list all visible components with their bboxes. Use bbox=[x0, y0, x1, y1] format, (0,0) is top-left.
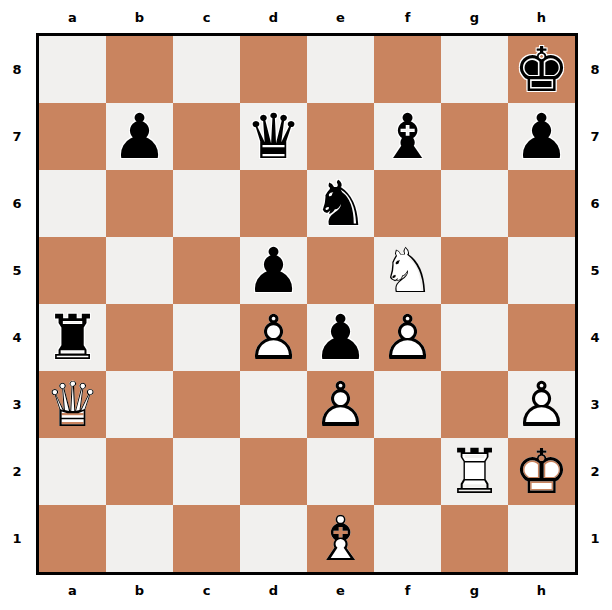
file-label-c: c bbox=[173, 578, 240, 602]
black-pawn-b7[interactable]: ♟ bbox=[106, 103, 173, 170]
square-a4[interactable]: ♜ bbox=[39, 304, 106, 371]
white-piece-outline: ♙ bbox=[514, 374, 570, 436]
white-king-h2[interactable]: ♚♔ bbox=[508, 438, 575, 505]
rank-label-1: 1 bbox=[582, 505, 608, 572]
rank-labels-right: 87654321 bbox=[582, 36, 608, 572]
black-bishop-f7[interactable]: ♝ bbox=[374, 103, 441, 170]
square-d4[interactable]: ♟♙ bbox=[240, 304, 307, 371]
square-e6[interactable]: ♞ bbox=[307, 170, 374, 237]
file-label-h: h bbox=[508, 578, 575, 602]
square-b3[interactable] bbox=[106, 371, 173, 438]
square-g6[interactable] bbox=[441, 170, 508, 237]
white-pawn-e3[interactable]: ♟♙ bbox=[307, 371, 374, 438]
square-d7[interactable]: ♛ bbox=[240, 103, 307, 170]
file-label-b: b bbox=[106, 5, 173, 29]
file-label-g: g bbox=[441, 578, 508, 602]
square-f1[interactable] bbox=[374, 505, 441, 572]
white-piece-outline: ♖ bbox=[447, 441, 503, 503]
chess-board: ♚♟♛♝♟♞♟♞♘♜♟♙♟♟♙♛♕♟♙♟♙♜♖♚♔♝♗ bbox=[36, 33, 578, 575]
square-g3[interactable] bbox=[441, 371, 508, 438]
black-piece-glyph: ♟ bbox=[514, 106, 570, 168]
square-f4[interactable]: ♟♙ bbox=[374, 304, 441, 371]
black-piece-glyph: ♟ bbox=[112, 106, 168, 168]
black-pawn-e4[interactable]: ♟ bbox=[307, 304, 374, 371]
square-b4[interactable] bbox=[106, 304, 173, 371]
rank-label-4: 4 bbox=[4, 304, 30, 371]
white-pawn-f4[interactable]: ♟♙ bbox=[374, 304, 441, 371]
square-c7[interactable] bbox=[173, 103, 240, 170]
square-a3[interactable]: ♛♕ bbox=[39, 371, 106, 438]
square-d1[interactable] bbox=[240, 505, 307, 572]
white-queen-a3[interactable]: ♛♕ bbox=[39, 371, 106, 438]
square-c8[interactable] bbox=[173, 36, 240, 103]
file-label-a: a bbox=[39, 5, 106, 29]
square-a2[interactable] bbox=[39, 438, 106, 505]
square-e7[interactable] bbox=[307, 103, 374, 170]
square-h4[interactable] bbox=[508, 304, 575, 371]
square-c3[interactable] bbox=[173, 371, 240, 438]
white-piece-outline: ♕ bbox=[45, 374, 101, 436]
square-h3[interactable]: ♟♙ bbox=[508, 371, 575, 438]
file-label-h: h bbox=[508, 5, 575, 29]
square-a5[interactable] bbox=[39, 237, 106, 304]
white-piece-outline: ♗ bbox=[313, 508, 369, 570]
white-piece-outline: ♙ bbox=[380, 307, 436, 369]
black-piece-glyph: ♚ bbox=[514, 39, 570, 101]
square-f8[interactable] bbox=[374, 36, 441, 103]
square-c1[interactable] bbox=[173, 505, 240, 572]
white-piece-outline: ♔ bbox=[514, 441, 570, 503]
rank-label-4: 4 bbox=[582, 304, 608, 371]
file-label-g: g bbox=[441, 5, 508, 29]
square-e8[interactable] bbox=[307, 36, 374, 103]
square-d2[interactable] bbox=[240, 438, 307, 505]
square-f7[interactable]: ♝ bbox=[374, 103, 441, 170]
square-g8[interactable] bbox=[441, 36, 508, 103]
white-rook-g2[interactable]: ♜♖ bbox=[441, 438, 508, 505]
rank-label-2: 2 bbox=[4, 438, 30, 505]
white-piece-outline: ♘ bbox=[380, 240, 436, 302]
file-label-f: f bbox=[374, 5, 441, 29]
black-piece-glyph: ♟ bbox=[313, 307, 369, 369]
rank-label-3: 3 bbox=[582, 371, 608, 438]
square-f3[interactable] bbox=[374, 371, 441, 438]
square-f5[interactable]: ♞♘ bbox=[374, 237, 441, 304]
square-h7[interactable]: ♟ bbox=[508, 103, 575, 170]
square-a8[interactable] bbox=[39, 36, 106, 103]
white-pawn-h3[interactable]: ♟♙ bbox=[508, 371, 575, 438]
rank-label-8: 8 bbox=[582, 36, 608, 103]
square-g7[interactable] bbox=[441, 103, 508, 170]
square-h1[interactable] bbox=[508, 505, 575, 572]
file-label-a: a bbox=[39, 578, 106, 602]
file-label-d: d bbox=[240, 5, 307, 29]
square-d3[interactable] bbox=[240, 371, 307, 438]
rank-label-8: 8 bbox=[4, 36, 30, 103]
square-c5[interactable] bbox=[173, 237, 240, 304]
black-piece-glyph: ♛ bbox=[246, 106, 302, 168]
square-d6[interactable] bbox=[240, 170, 307, 237]
square-e2[interactable] bbox=[307, 438, 374, 505]
square-b5[interactable] bbox=[106, 237, 173, 304]
file-labels-bottom: abcdefgh bbox=[39, 578, 575, 602]
rank-label-2: 2 bbox=[582, 438, 608, 505]
black-knight-e6[interactable]: ♞ bbox=[307, 170, 374, 237]
file-label-e: e bbox=[307, 578, 374, 602]
square-e3[interactable]: ♟♙ bbox=[307, 371, 374, 438]
rank-label-5: 5 bbox=[4, 237, 30, 304]
square-b8[interactable] bbox=[106, 36, 173, 103]
square-f6[interactable] bbox=[374, 170, 441, 237]
square-g4[interactable] bbox=[441, 304, 508, 371]
rank-label-1: 1 bbox=[4, 505, 30, 572]
black-pawn-h7[interactable]: ♟ bbox=[508, 103, 575, 170]
square-h6[interactable] bbox=[508, 170, 575, 237]
white-piece-outline: ♙ bbox=[246, 307, 302, 369]
square-a6[interactable] bbox=[39, 170, 106, 237]
white-bishop-e1[interactable]: ♝♗ bbox=[307, 505, 374, 572]
black-piece-glyph: ♜ bbox=[45, 307, 101, 369]
black-queen-d7[interactable]: ♛ bbox=[240, 103, 307, 170]
rank-label-7: 7 bbox=[582, 103, 608, 170]
square-d8[interactable] bbox=[240, 36, 307, 103]
rank-labels-left: 87654321 bbox=[4, 36, 30, 572]
square-b6[interactable] bbox=[106, 170, 173, 237]
square-h5[interactable] bbox=[508, 237, 575, 304]
square-g1[interactable] bbox=[441, 505, 508, 572]
white-knight-f5[interactable]: ♞♘ bbox=[374, 237, 441, 304]
black-rook-a4[interactable]: ♜ bbox=[39, 304, 106, 371]
square-h8[interactable]: ♚ bbox=[508, 36, 575, 103]
file-labels-top: abcdefgh bbox=[39, 5, 575, 29]
black-piece-glyph: ♝ bbox=[380, 106, 436, 168]
file-label-f: f bbox=[374, 578, 441, 602]
square-a1[interactable] bbox=[39, 505, 106, 572]
square-b1[interactable] bbox=[106, 505, 173, 572]
square-a7[interactable] bbox=[39, 103, 106, 170]
black-piece-glyph: ♞ bbox=[313, 173, 369, 235]
file-label-e: e bbox=[307, 5, 374, 29]
square-g2[interactable]: ♜♖ bbox=[441, 438, 508, 505]
square-h2[interactable]: ♚♔ bbox=[508, 438, 575, 505]
black-king-h8[interactable]: ♚ bbox=[508, 36, 575, 103]
rank-label-6: 6 bbox=[582, 170, 608, 237]
square-e1[interactable]: ♝♗ bbox=[307, 505, 374, 572]
square-e5[interactable] bbox=[307, 237, 374, 304]
square-c6[interactable] bbox=[173, 170, 240, 237]
black-pawn-d5[interactable]: ♟ bbox=[240, 237, 307, 304]
square-f2[interactable] bbox=[374, 438, 441, 505]
square-c2[interactable] bbox=[173, 438, 240, 505]
black-piece-glyph: ♟ bbox=[246, 240, 302, 302]
file-label-d: d bbox=[240, 578, 307, 602]
square-b7[interactable]: ♟ bbox=[106, 103, 173, 170]
white-pawn-d4[interactable]: ♟♙ bbox=[240, 304, 307, 371]
square-d5[interactable]: ♟ bbox=[240, 237, 307, 304]
file-label-c: c bbox=[173, 5, 240, 29]
square-e4[interactable]: ♟ bbox=[307, 304, 374, 371]
square-b2[interactable] bbox=[106, 438, 173, 505]
rank-label-7: 7 bbox=[4, 103, 30, 170]
rank-label-3: 3 bbox=[4, 371, 30, 438]
square-g5[interactable] bbox=[441, 237, 508, 304]
rank-label-5: 5 bbox=[582, 237, 608, 304]
rank-label-6: 6 bbox=[4, 170, 30, 237]
file-label-b: b bbox=[106, 578, 173, 602]
square-c4[interactable] bbox=[173, 304, 240, 371]
white-piece-outline: ♙ bbox=[313, 374, 369, 436]
chess-diagram-page: { "game": "chess", "position": { "fen": … bbox=[0, 0, 612, 610]
